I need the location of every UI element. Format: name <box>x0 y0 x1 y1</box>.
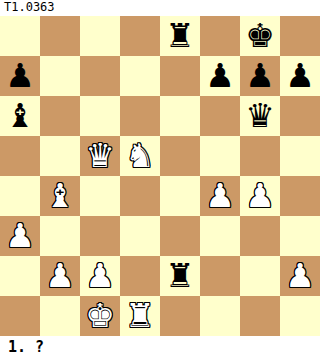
piece-wR-d1: ♜ <box>125 296 155 336</box>
puzzle-id: T1.0363 <box>0 0 320 16</box>
piece-wQ-c5: ♛ <box>85 136 115 176</box>
square-b4[interactable]: ♝ <box>40 176 80 216</box>
move-prompt: 1. ? <box>0 336 320 360</box>
square-b2[interactable]: ♟ <box>40 256 80 296</box>
square-a5[interactable] <box>0 136 40 176</box>
piece-wK-c1: ♚ <box>85 296 115 336</box>
square-h1[interactable] <box>280 296 320 336</box>
square-g6[interactable]: ♛ <box>240 96 280 136</box>
square-f5[interactable] <box>200 136 240 176</box>
piece-wP-c2: ♟ <box>85 256 115 296</box>
square-a8[interactable] <box>0 16 40 56</box>
piece-wP-g4: ♟ <box>245 176 275 216</box>
square-g4[interactable]: ♟ <box>240 176 280 216</box>
square-c2[interactable]: ♟ <box>80 256 120 296</box>
square-f8[interactable] <box>200 16 240 56</box>
square-a2[interactable] <box>0 256 40 296</box>
piece-wP-f4: ♟ <box>205 176 235 216</box>
piece-wP-h2: ♟ <box>285 256 315 296</box>
square-b5[interactable] <box>40 136 80 176</box>
square-e4[interactable] <box>160 176 200 216</box>
square-f1[interactable] <box>200 296 240 336</box>
square-g3[interactable] <box>240 216 280 256</box>
square-c5[interactable]: ♛ <box>80 136 120 176</box>
square-d3[interactable] <box>120 216 160 256</box>
square-e7[interactable] <box>160 56 200 96</box>
square-b6[interactable] <box>40 96 80 136</box>
piece-bP-g7: ♟ <box>245 56 275 96</box>
piece-bB-a6: ♝ <box>5 96 35 136</box>
square-c8[interactable] <box>80 16 120 56</box>
square-d4[interactable] <box>120 176 160 216</box>
square-c7[interactable] <box>80 56 120 96</box>
square-d1[interactable]: ♜ <box>120 296 160 336</box>
square-g2[interactable] <box>240 256 280 296</box>
piece-bP-f7: ♟ <box>205 56 235 96</box>
square-c6[interactable] <box>80 96 120 136</box>
square-a3[interactable]: ♟ <box>0 216 40 256</box>
chess-board: ♜♚♟♟♟♟♝♛♛♞♝♟♟♟♟♟♜♟♚♜ <box>0 16 320 336</box>
square-h4[interactable] <box>280 176 320 216</box>
piece-wB-b4: ♝ <box>45 176 75 216</box>
square-h2[interactable]: ♟ <box>280 256 320 296</box>
square-f7[interactable]: ♟ <box>200 56 240 96</box>
square-c3[interactable] <box>80 216 120 256</box>
square-b8[interactable] <box>40 16 80 56</box>
square-f4[interactable]: ♟ <box>200 176 240 216</box>
square-g5[interactable] <box>240 136 280 176</box>
square-g7[interactable]: ♟ <box>240 56 280 96</box>
square-h5[interactable] <box>280 136 320 176</box>
square-g1[interactable] <box>240 296 280 336</box>
square-e2[interactable]: ♜ <box>160 256 200 296</box>
square-b7[interactable] <box>40 56 80 96</box>
square-d8[interactable] <box>120 16 160 56</box>
square-e5[interactable] <box>160 136 200 176</box>
piece-bP-h7: ♟ <box>285 56 315 96</box>
square-e8[interactable]: ♜ <box>160 16 200 56</box>
square-e6[interactable] <box>160 96 200 136</box>
square-d6[interactable] <box>120 96 160 136</box>
puzzle-page: T1.0363 ♜♚♟♟♟♟♝♛♛♞♝♟♟♟♟♟♜♟♚♜ 1. ? <box>0 0 320 360</box>
square-d5[interactable]: ♞ <box>120 136 160 176</box>
square-e3[interactable] <box>160 216 200 256</box>
square-a6[interactable]: ♝ <box>0 96 40 136</box>
square-f6[interactable] <box>200 96 240 136</box>
square-a4[interactable] <box>0 176 40 216</box>
square-e1[interactable] <box>160 296 200 336</box>
square-h3[interactable] <box>280 216 320 256</box>
square-b1[interactable] <box>40 296 80 336</box>
square-f2[interactable] <box>200 256 240 296</box>
piece-wP-a3: ♟ <box>5 216 35 256</box>
piece-wP-b2: ♟ <box>45 256 75 296</box>
square-h8[interactable] <box>280 16 320 56</box>
piece-bK-g8: ♚ <box>245 16 275 56</box>
piece-bR-e8: ♜ <box>165 16 195 56</box>
square-a1[interactable] <box>0 296 40 336</box>
square-a7[interactable]: ♟ <box>0 56 40 96</box>
square-h7[interactable]: ♟ <box>280 56 320 96</box>
square-h6[interactable] <box>280 96 320 136</box>
square-c4[interactable] <box>80 176 120 216</box>
square-g8[interactable]: ♚ <box>240 16 280 56</box>
square-d7[interactable] <box>120 56 160 96</box>
piece-bP-a7: ♟ <box>5 56 35 96</box>
piece-wN-d5: ♞ <box>125 136 155 176</box>
square-d2[interactable] <box>120 256 160 296</box>
square-c1[interactable]: ♚ <box>80 296 120 336</box>
piece-bQ-g6: ♛ <box>245 96 275 136</box>
piece-bR-e2: ♜ <box>165 256 195 296</box>
square-f3[interactable] <box>200 216 240 256</box>
square-b3[interactable] <box>40 216 80 256</box>
